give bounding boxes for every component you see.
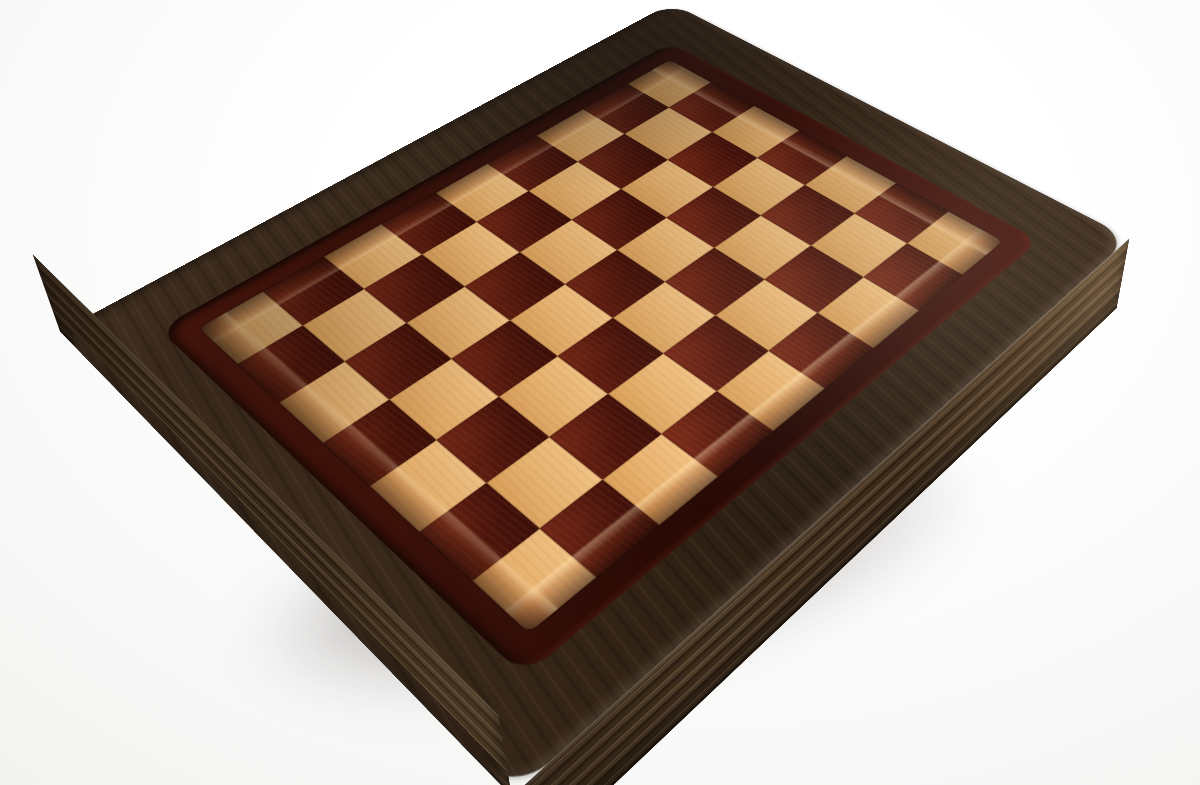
photo-scene [0, 0, 1200, 785]
cutting-board [86, 66, 1117, 785]
juice-groove [159, 43, 1040, 677]
photo-background: { "game": "checkers / chess checkerboard… [0, 0, 1200, 785]
